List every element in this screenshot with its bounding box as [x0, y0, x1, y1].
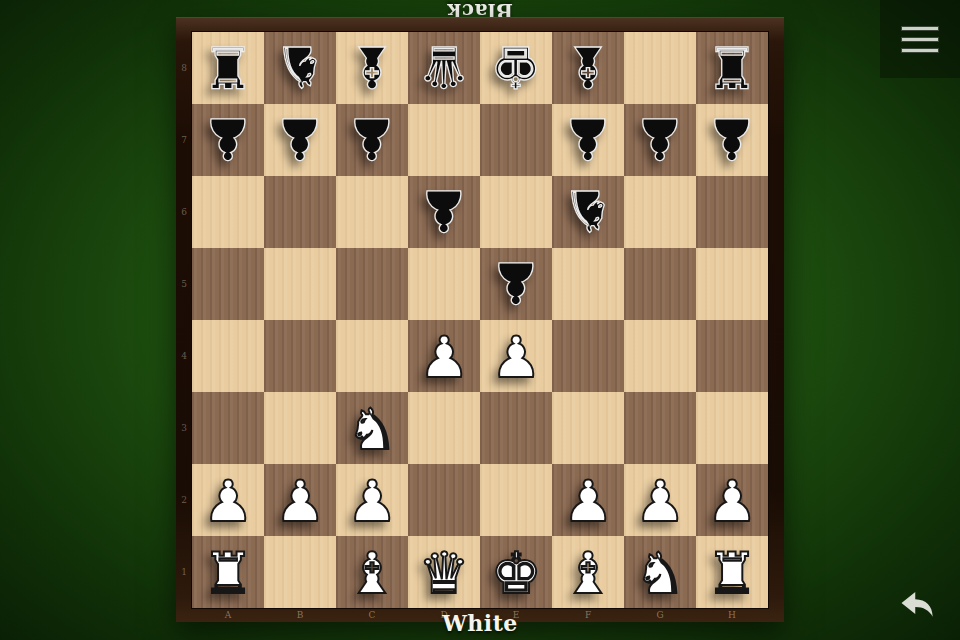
piece-black-pawn[interactable]: ♟︎: [480, 248, 552, 320]
square-b8[interactable]: ♞: [264, 32, 336, 104]
square-d3[interactable]: [408, 392, 480, 464]
rank-label: 6: [176, 176, 192, 248]
rank-label: 5: [176, 248, 192, 320]
piece-glyph: ♝: [552, 536, 624, 608]
square-e8[interactable]: ♚: [480, 32, 552, 104]
piece-black-king[interactable]: ♚: [480, 32, 552, 104]
piece-glyph: ♜: [192, 32, 264, 104]
piece-glyph: ♟︎: [696, 464, 768, 536]
piece-glyph: ♟︎: [408, 176, 480, 248]
square-h3[interactable]: [696, 392, 768, 464]
square-e5[interactable]: ♟︎: [480, 248, 552, 320]
square-c7[interactable]: ♟︎: [336, 104, 408, 176]
piece-white-pawn[interactable]: ♟︎: [552, 464, 624, 536]
back-button[interactable]: [894, 578, 942, 626]
square-e7[interactable]: [480, 104, 552, 176]
square-e2[interactable]: [480, 464, 552, 536]
rank-label: 2: [176, 464, 192, 536]
piece-glyph: ♟︎: [264, 464, 336, 536]
piece-glyph: ♜: [192, 536, 264, 608]
piece-glyph: ♞: [264, 32, 336, 104]
piece-black-pawn[interactable]: ♟︎: [336, 104, 408, 176]
piece-glyph: ♟︎: [552, 464, 624, 536]
square-f5[interactable]: [552, 248, 624, 320]
square-g6[interactable]: [624, 176, 696, 248]
piece-black-pawn[interactable]: ♟︎: [696, 104, 768, 176]
square-d4[interactable]: ♟︎: [408, 320, 480, 392]
square-c5[interactable]: [336, 248, 408, 320]
piece-glyph: ♛: [408, 536, 480, 608]
square-f4[interactable]: [552, 320, 624, 392]
piece-glyph: ♟︎: [624, 464, 696, 536]
piece-glyph: ♝: [336, 536, 408, 608]
square-h7[interactable]: ♟︎: [696, 104, 768, 176]
piece-white-pawn[interactable]: ♟︎: [264, 464, 336, 536]
piece-glyph: ♛: [408, 32, 480, 104]
piece-glyph: ♞: [552, 176, 624, 248]
square-a4[interactable]: [192, 320, 264, 392]
square-d2[interactable]: [408, 464, 480, 536]
square-g1[interactable]: ♞: [624, 536, 696, 608]
square-d8[interactable]: ♛: [408, 32, 480, 104]
piece-glyph: ♟︎: [624, 104, 696, 176]
square-g7[interactable]: ♟︎: [624, 104, 696, 176]
piece-white-queen[interactable]: ♛: [408, 536, 480, 608]
square-g3[interactable]: [624, 392, 696, 464]
piece-glyph: ♞: [336, 392, 408, 464]
piece-glyph: ♟︎: [264, 104, 336, 176]
piece-glyph: ♝: [336, 32, 408, 104]
square-b6[interactable]: [264, 176, 336, 248]
piece-white-pawn[interactable]: ♟︎: [624, 464, 696, 536]
bottom-player-label: White: [0, 610, 960, 636]
piece-glyph: ♟︎: [336, 464, 408, 536]
square-c8[interactable]: ♝: [336, 32, 408, 104]
square-b5[interactable]: [264, 248, 336, 320]
piece-glyph: ♚: [480, 32, 552, 104]
piece-white-pawn[interactable]: ♟︎: [696, 464, 768, 536]
rank-label: 4: [176, 320, 192, 392]
piece-white-knight[interactable]: ♞: [336, 392, 408, 464]
square-h6[interactable]: [696, 176, 768, 248]
piece-black-pawn[interactable]: ♟︎: [552, 104, 624, 176]
chess-board-frame: ♜♞♝♛♚♝♜♟︎♟︎♟︎♟︎♟︎♟︎♟︎♞♟︎♟︎♟︎♞♟︎♟︎♟︎♟︎♟︎♟…: [176, 17, 784, 622]
piece-glyph: ♟︎: [480, 248, 552, 320]
square-h5[interactable]: [696, 248, 768, 320]
piece-white-bishop[interactable]: ♝: [552, 536, 624, 608]
square-h1[interactable]: ♜: [696, 536, 768, 608]
piece-white-rook[interactable]: ♜: [696, 536, 768, 608]
piece-black-pawn[interactable]: ♟︎: [264, 104, 336, 176]
square-b2[interactable]: ♟︎: [264, 464, 336, 536]
back-reply-arrow-icon: [896, 580, 940, 624]
square-g5[interactable]: [624, 248, 696, 320]
piece-black-rook[interactable]: ♜: [192, 32, 264, 104]
piece-white-rook[interactable]: ♜: [192, 536, 264, 608]
piece-white-king[interactable]: ♚: [480, 536, 552, 608]
square-h2[interactable]: ♟︎: [696, 464, 768, 536]
square-f3[interactable]: [552, 392, 624, 464]
square-a3[interactable]: [192, 392, 264, 464]
square-e6[interactable]: [480, 176, 552, 248]
square-d5[interactable]: [408, 248, 480, 320]
square-d1[interactable]: ♛: [408, 536, 480, 608]
piece-black-bishop[interactable]: ♝: [552, 32, 624, 104]
square-f8[interactable]: ♝: [552, 32, 624, 104]
square-f6[interactable]: ♞: [552, 176, 624, 248]
square-e3[interactable]: [480, 392, 552, 464]
piece-white-bishop[interactable]: ♝: [336, 536, 408, 608]
app-background: { "game": "chess", "position": { "fen": …: [0, 0, 960, 640]
piece-glyph: ♟︎: [408, 320, 480, 392]
rank-label: 3: [176, 392, 192, 464]
rank-label: 7: [176, 104, 192, 176]
menu-button[interactable]: [880, 0, 960, 78]
piece-white-pawn[interactable]: ♟︎: [336, 464, 408, 536]
hamburger-bar: [901, 37, 939, 42]
piece-glyph: ♞: [624, 536, 696, 608]
piece-glyph: ♟︎: [192, 464, 264, 536]
square-a2[interactable]: ♟︎: [192, 464, 264, 536]
square-f7[interactable]: ♟︎: [552, 104, 624, 176]
piece-glyph: ♚: [480, 536, 552, 608]
piece-white-pawn[interactable]: ♟︎: [192, 464, 264, 536]
piece-black-rook[interactable]: ♜: [696, 32, 768, 104]
piece-glyph: ♝: [552, 32, 624, 104]
piece-glyph: ♟︎: [336, 104, 408, 176]
piece-glyph: ♟︎: [192, 104, 264, 176]
piece-black-knight[interactable]: ♞: [552, 176, 624, 248]
square-g4[interactable]: [624, 320, 696, 392]
piece-black-bishop[interactable]: ♝: [336, 32, 408, 104]
square-c2[interactable]: ♟︎: [336, 464, 408, 536]
square-d6[interactable]: ♟︎: [408, 176, 480, 248]
square-d7[interactable]: [408, 104, 480, 176]
square-g8[interactable]: [624, 32, 696, 104]
piece-black-pawn[interactable]: ♟︎: [408, 176, 480, 248]
piece-black-knight[interactable]: ♞: [264, 32, 336, 104]
piece-black-queen[interactable]: ♛: [408, 32, 480, 104]
chess-board: ♜♞♝♛♚♝♜♟︎♟︎♟︎♟︎♟︎♟︎♟︎♞♟︎♟︎♟︎♞♟︎♟︎♟︎♟︎♟︎♟…: [192, 32, 768, 608]
hamburger-bar: [901, 48, 939, 53]
piece-glyph: ♜: [696, 32, 768, 104]
square-h4[interactable]: [696, 320, 768, 392]
piece-glyph: ♟︎: [696, 104, 768, 176]
rank-label: 8: [176, 32, 192, 104]
square-e4[interactable]: ♟︎: [480, 320, 552, 392]
rank-labels: 87654321: [176, 32, 192, 608]
square-g2[interactable]: ♟︎: [624, 464, 696, 536]
piece-glyph: ♜: [696, 536, 768, 608]
piece-glyph: ♟︎: [552, 104, 624, 176]
square-h8[interactable]: ♜: [696, 32, 768, 104]
hamburger-bar: [901, 26, 939, 31]
square-c4[interactable]: [336, 320, 408, 392]
square-a7[interactable]: ♟︎: [192, 104, 264, 176]
square-a8[interactable]: ♜: [192, 32, 264, 104]
piece-white-knight[interactable]: ♞: [624, 536, 696, 608]
square-c6[interactable]: [336, 176, 408, 248]
square-f1[interactable]: ♝: [552, 536, 624, 608]
piece-white-pawn[interactable]: ♟︎: [480, 320, 552, 392]
square-a6[interactable]: [192, 176, 264, 248]
square-b7[interactable]: ♟︎: [264, 104, 336, 176]
piece-black-pawn[interactable]: ♟︎: [624, 104, 696, 176]
square-f2[interactable]: ♟︎: [552, 464, 624, 536]
square-b1[interactable]: [264, 536, 336, 608]
piece-white-pawn[interactable]: ♟︎: [408, 320, 480, 392]
square-c1[interactable]: ♝: [336, 536, 408, 608]
square-c3[interactable]: ♞: [336, 392, 408, 464]
piece-black-pawn[interactable]: ♟︎: [192, 104, 264, 176]
square-b3[interactable]: [264, 392, 336, 464]
square-e1[interactable]: ♚: [480, 536, 552, 608]
square-a1[interactable]: ♜: [192, 536, 264, 608]
rank-label: 1: [176, 536, 192, 608]
piece-glyph: ♟︎: [480, 320, 552, 392]
square-a5[interactable]: [192, 248, 264, 320]
square-b4[interactable]: [264, 320, 336, 392]
